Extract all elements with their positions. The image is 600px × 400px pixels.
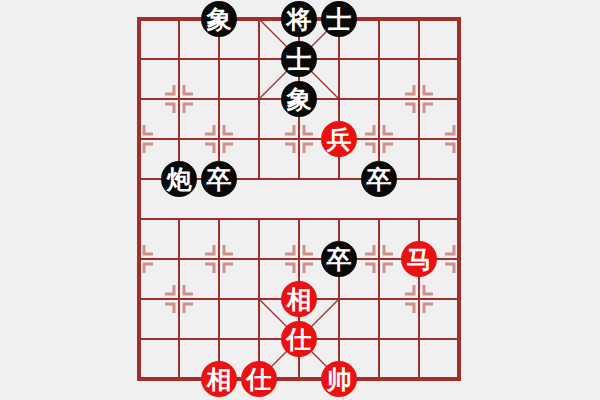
piece-red-elephant-a[interactable]: 相 xyxy=(281,281,317,317)
pieces-layer: 象将士士象兵炮卒卒卒马相仕相仕帅 xyxy=(0,0,600,400)
piece-black-advisor-a[interactable]: 士 xyxy=(321,1,357,37)
piece-red-horse[interactable]: 马 xyxy=(401,241,437,277)
piece-red-elephant-b[interactable]: 相 xyxy=(201,361,237,397)
piece-black-elephant-b[interactable]: 象 xyxy=(281,81,317,117)
piece-black-general[interactable]: 将 xyxy=(281,1,317,37)
piece-red-advisor-a[interactable]: 仕 xyxy=(281,321,317,357)
piece-red-soldier[interactable]: 兵 xyxy=(321,121,357,157)
piece-black-cannon[interactable]: 炮 xyxy=(161,161,197,197)
piece-red-advisor-b[interactable]: 仕 xyxy=(241,361,277,397)
xiangqi-board: 象将士士象兵炮卒卒卒马相仕相仕帅 xyxy=(0,0,600,400)
piece-black-advisor-b[interactable]: 士 xyxy=(281,41,317,77)
piece-black-soldier-b[interactable]: 卒 xyxy=(361,161,397,197)
piece-black-soldier-c[interactable]: 卒 xyxy=(321,241,357,277)
piece-black-elephant-a[interactable]: 象 xyxy=(201,1,237,37)
piece-black-soldier-a[interactable]: 卒 xyxy=(201,161,237,197)
piece-red-general[interactable]: 帅 xyxy=(321,361,357,397)
